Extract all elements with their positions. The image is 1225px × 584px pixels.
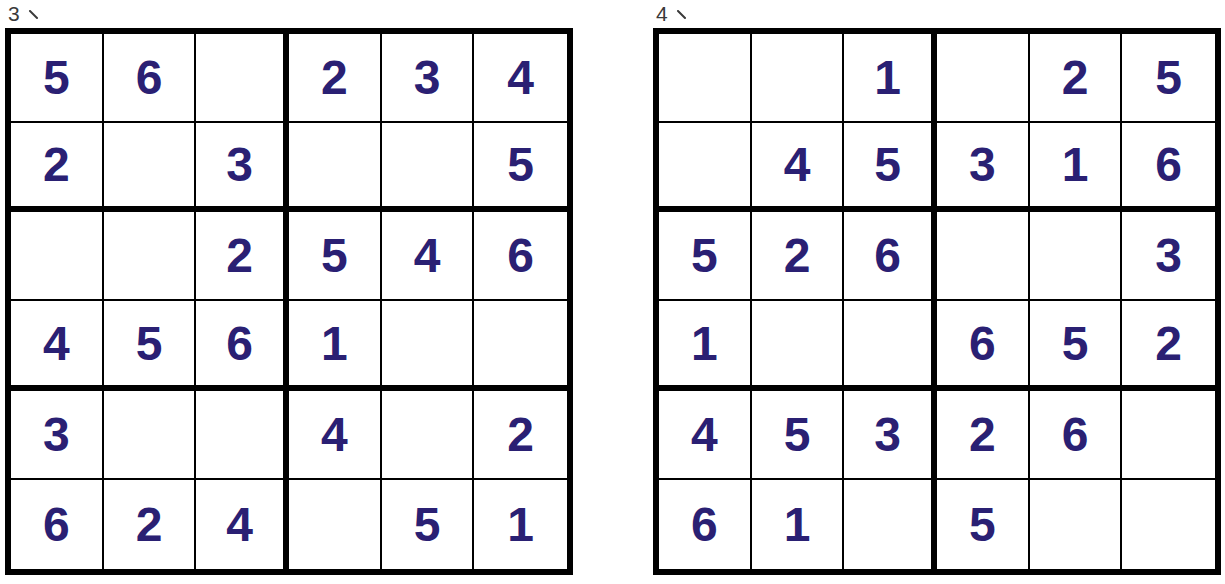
cell-r2c2-given: 4: [752, 123, 845, 212]
cell-r5c1-given: 3: [11, 391, 104, 480]
cell-r5c2-empty[interactable]: [104, 391, 197, 480]
cell-r6c6-given: 1: [474, 480, 567, 569]
cell-r2c5-empty[interactable]: [382, 123, 475, 212]
cell-r6c1-given: 6: [11, 480, 104, 569]
cell-r2c1-empty[interactable]: [659, 123, 752, 212]
puzzle-4-label-number: 4: [656, 2, 669, 26]
cell-r5c1-given: 4: [659, 391, 752, 480]
worksheet-page: { "game": "sudoku", "variant": "6x6 grid…: [0, 0, 1225, 584]
sudoku-board-4: 125453165263165245326615: [653, 28, 1221, 575]
cell-r3c1-empty[interactable]: [11, 212, 104, 301]
cell-r1c5-given: 3: [382, 34, 475, 123]
cell-r5c2-given: 5: [752, 391, 845, 480]
cell-r5c5-empty[interactable]: [382, 391, 475, 480]
cell-r1c2-empty[interactable]: [752, 34, 845, 123]
cell-r2c4-given: 3: [937, 123, 1030, 212]
cell-r4c4-given: 1: [289, 301, 382, 390]
cell-r2c6-given: 6: [1122, 123, 1215, 212]
cell-r3c4-given: 5: [289, 212, 382, 301]
cell-r2c2-empty[interactable]: [104, 123, 197, 212]
puzzle-3-label: 3: [5, 0, 573, 28]
cell-r3c3-given: 6: [844, 212, 937, 301]
cell-r4c1-given: 4: [11, 301, 104, 390]
cell-r1c3-empty[interactable]: [196, 34, 289, 123]
cell-r3c1-given: 5: [659, 212, 752, 301]
cell-r5c3-given: 3: [844, 391, 937, 480]
cell-r6c2-given: 2: [104, 480, 197, 569]
cell-r6c3-given: 4: [196, 480, 289, 569]
cell-r6c3-empty[interactable]: [844, 480, 937, 569]
puzzle-3-label-number: 3: [8, 2, 21, 26]
sudoku-board-3: 562342352546456134262451: [5, 28, 573, 575]
cell-r1c4-empty[interactable]: [937, 34, 1030, 123]
cell-r5c4-given: 4: [289, 391, 382, 480]
cell-r6c4-empty[interactable]: [289, 480, 382, 569]
cell-r5c6-given: 2: [474, 391, 567, 480]
cell-r2c3-given: 5: [844, 123, 937, 212]
puzzle-3: 3 562342352546456134262451: [5, 0, 573, 575]
cell-r3c4-empty[interactable]: [937, 212, 1030, 301]
cell-r3c2-empty[interactable]: [104, 212, 197, 301]
cell-r1c6-given: 4: [474, 34, 567, 123]
ideographic-comma-icon: [28, 10, 39, 21]
cell-r4c5-given: 5: [1030, 301, 1123, 390]
cell-r5c5-given: 6: [1030, 391, 1123, 480]
cell-r4c4-given: 6: [937, 301, 1030, 390]
cell-r3c5-given: 4: [382, 212, 475, 301]
cell-r2c1-given: 2: [11, 123, 104, 212]
puzzle-4: 4 125453165263165245326615: [653, 0, 1221, 575]
ideographic-comma-icon: [676, 10, 687, 21]
cell-r3c6-given: 3: [1122, 212, 1215, 301]
cell-r4c6-given: 2: [1122, 301, 1215, 390]
cell-r4c1-given: 1: [659, 301, 752, 390]
cell-r2c3-given: 3: [196, 123, 289, 212]
cell-r6c4-given: 5: [937, 480, 1030, 569]
puzzle-4-label: 4: [653, 0, 1221, 28]
cell-r1c1-empty[interactable]: [659, 34, 752, 123]
cell-r6c5-given: 5: [382, 480, 475, 569]
cell-r1c6-given: 5: [1122, 34, 1215, 123]
cell-r3c5-empty[interactable]: [1030, 212, 1123, 301]
cell-r6c1-given: 6: [659, 480, 752, 569]
cell-r2c5-given: 1: [1030, 123, 1123, 212]
cell-r1c4-given: 2: [289, 34, 382, 123]
cell-r5c4-given: 2: [937, 391, 1030, 480]
cell-r2c6-given: 5: [474, 123, 567, 212]
cell-r4c2-given: 5: [104, 301, 197, 390]
cell-r4c2-empty[interactable]: [752, 301, 845, 390]
cell-r1c5-given: 2: [1030, 34, 1123, 123]
cell-r1c2-given: 6: [104, 34, 197, 123]
cell-r1c1-given: 5: [11, 34, 104, 123]
cell-r4c6-empty[interactable]: [474, 301, 567, 390]
cell-r6c5-empty[interactable]: [1030, 480, 1123, 569]
cell-r3c6-given: 6: [474, 212, 567, 301]
cell-r4c3-given: 6: [196, 301, 289, 390]
cell-r4c3-empty[interactable]: [844, 301, 937, 390]
cell-r1c3-given: 1: [844, 34, 937, 123]
cell-r4c5-empty[interactable]: [382, 301, 475, 390]
cell-r6c2-given: 1: [752, 480, 845, 569]
cell-r6c6-empty[interactable]: [1122, 480, 1215, 569]
cell-r5c3-empty[interactable]: [196, 391, 289, 480]
cell-r3c3-given: 2: [196, 212, 289, 301]
cell-r5c6-empty[interactable]: [1122, 391, 1215, 480]
cell-r2c4-empty[interactable]: [289, 123, 382, 212]
cell-r3c2-given: 2: [752, 212, 845, 301]
